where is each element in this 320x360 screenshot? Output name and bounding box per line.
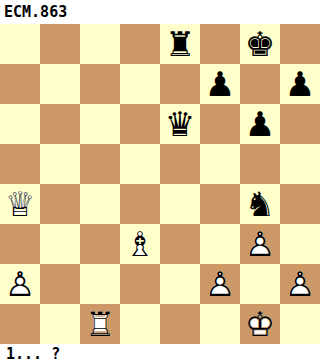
square-g6[interactable]: ♟ <box>240 104 280 144</box>
square-h1[interactable] <box>280 304 320 344</box>
square-c3[interactable] <box>80 224 120 264</box>
square-e5[interactable] <box>160 144 200 184</box>
black-rook: ♜ <box>160 24 200 64</box>
square-d2[interactable] <box>120 264 160 304</box>
square-e8[interactable]: ♜ <box>160 24 200 64</box>
chess-board: ♜♚♟♟♛♟♛♕♞♝♗♟♙♟♙♟♙♟♙♜♖♚♔ <box>0 24 320 344</box>
white-pawn: ♙ <box>200 264 240 304</box>
black-pawn: ♟ <box>200 64 240 104</box>
square-a4[interactable]: ♛♕ <box>0 184 40 224</box>
square-b1[interactable] <box>40 304 80 344</box>
white-pawn-fill: ♟ <box>240 224 280 264</box>
square-b4[interactable] <box>40 184 80 224</box>
chess-diagram-window: ECM.863 ♜♚♟♟♛♟♛♕♞♝♗♟♙♟♙♟♙♟♙♜♖♚♔ 1... ? <box>0 0 320 360</box>
black-king: ♚ <box>240 24 280 64</box>
square-a1[interactable] <box>0 304 40 344</box>
square-f3[interactable] <box>200 224 240 264</box>
square-d8[interactable] <box>120 24 160 64</box>
square-b7[interactable] <box>40 64 80 104</box>
white-pawn: ♙ <box>240 224 280 264</box>
white-queen-fill: ♛ <box>0 184 40 224</box>
square-f7[interactable]: ♟ <box>200 64 240 104</box>
square-d1[interactable] <box>120 304 160 344</box>
white-rook-fill: ♜ <box>80 304 120 344</box>
white-pawn: ♙ <box>0 264 40 304</box>
square-d7[interactable] <box>120 64 160 104</box>
square-b2[interactable] <box>40 264 80 304</box>
square-d6[interactable] <box>120 104 160 144</box>
square-g8[interactable]: ♚ <box>240 24 280 64</box>
square-e4[interactable] <box>160 184 200 224</box>
black-pawn: ♟ <box>280 64 320 104</box>
square-c8[interactable] <box>80 24 120 64</box>
square-g5[interactable] <box>240 144 280 184</box>
white-pawn-fill: ♟ <box>200 264 240 304</box>
square-g7[interactable] <box>240 64 280 104</box>
square-c5[interactable] <box>80 144 120 184</box>
square-c2[interactable] <box>80 264 120 304</box>
white-pawn: ♙ <box>280 264 320 304</box>
square-f2[interactable]: ♟♙ <box>200 264 240 304</box>
square-f8[interactable] <box>200 24 240 64</box>
square-h8[interactable] <box>280 24 320 64</box>
square-h2[interactable]: ♟♙ <box>280 264 320 304</box>
square-f4[interactable] <box>200 184 240 224</box>
square-c7[interactable] <box>80 64 120 104</box>
square-g3[interactable]: ♟♙ <box>240 224 280 264</box>
square-h5[interactable] <box>280 144 320 184</box>
square-h7[interactable]: ♟ <box>280 64 320 104</box>
square-d3[interactable]: ♝♗ <box>120 224 160 264</box>
white-king: ♔ <box>240 304 280 344</box>
square-b8[interactable] <box>40 24 80 64</box>
square-c6[interactable] <box>80 104 120 144</box>
square-a3[interactable] <box>0 224 40 264</box>
white-bishop-fill: ♝ <box>120 224 160 264</box>
square-g4[interactable]: ♞ <box>240 184 280 224</box>
square-a6[interactable] <box>0 104 40 144</box>
square-f1[interactable] <box>200 304 240 344</box>
black-pawn: ♟ <box>240 104 280 144</box>
square-h4[interactable] <box>280 184 320 224</box>
white-rook: ♖ <box>80 304 120 344</box>
black-queen: ♛ <box>160 104 200 144</box>
square-e2[interactable] <box>160 264 200 304</box>
square-f6[interactable] <box>200 104 240 144</box>
white-pawn-fill: ♟ <box>280 264 320 304</box>
square-h6[interactable] <box>280 104 320 144</box>
square-e3[interactable] <box>160 224 200 264</box>
square-d5[interactable] <box>120 144 160 184</box>
page-title: ECM.863 <box>0 0 320 24</box>
square-a2[interactable]: ♟♙ <box>0 264 40 304</box>
square-b5[interactable] <box>40 144 80 184</box>
square-e7[interactable] <box>160 64 200 104</box>
black-knight: ♞ <box>240 184 280 224</box>
square-f5[interactable] <box>200 144 240 184</box>
square-e1[interactable] <box>160 304 200 344</box>
square-b6[interactable] <box>40 104 80 144</box>
square-a7[interactable] <box>0 64 40 104</box>
white-queen: ♕ <box>0 184 40 224</box>
square-a8[interactable] <box>0 24 40 64</box>
square-g2[interactable] <box>240 264 280 304</box>
square-e6[interactable]: ♛ <box>160 104 200 144</box>
square-c1[interactable]: ♜♖ <box>80 304 120 344</box>
square-h3[interactable] <box>280 224 320 264</box>
square-c4[interactable] <box>80 184 120 224</box>
move-prompt: 1... ? <box>0 344 320 360</box>
square-d4[interactable] <box>120 184 160 224</box>
white-bishop: ♗ <box>120 224 160 264</box>
square-b3[interactable] <box>40 224 80 264</box>
white-pawn-fill: ♟ <box>0 264 40 304</box>
square-g1[interactable]: ♚♔ <box>240 304 280 344</box>
white-king-fill: ♚ <box>240 304 280 344</box>
square-a5[interactable] <box>0 144 40 184</box>
